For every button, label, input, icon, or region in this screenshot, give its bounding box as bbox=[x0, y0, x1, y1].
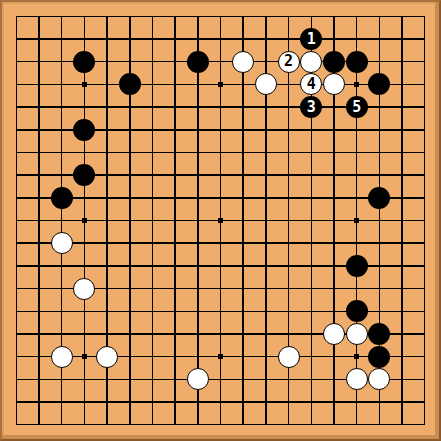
intersection-o19[interactable] bbox=[323, 5, 346, 28]
intersection-g6[interactable] bbox=[141, 300, 164, 323]
intersection-k17[interactable] bbox=[232, 50, 255, 73]
intersection-s17[interactable] bbox=[413, 50, 436, 73]
intersection-p3[interactable] bbox=[345, 368, 368, 391]
intersection-l16[interactable] bbox=[255, 73, 278, 96]
intersection-b5[interactable] bbox=[28, 323, 51, 346]
intersection-e11[interactable] bbox=[96, 187, 119, 210]
intersection-k1[interactable] bbox=[232, 413, 255, 436]
stone-black[interactable] bbox=[368, 187, 390, 209]
intersection-k18[interactable] bbox=[232, 28, 255, 51]
intersection-c5[interactable] bbox=[50, 323, 73, 346]
intersection-l13[interactable] bbox=[255, 141, 278, 164]
intersection-p14[interactable] bbox=[345, 118, 368, 141]
intersection-s3[interactable] bbox=[413, 368, 436, 391]
intersection-a14[interactable] bbox=[5, 118, 28, 141]
intersection-k15[interactable] bbox=[232, 96, 255, 119]
intersection-j12[interactable] bbox=[209, 164, 232, 187]
intersection-b9[interactable] bbox=[28, 232, 51, 255]
intersection-p17[interactable] bbox=[345, 50, 368, 73]
stone-black[interactable] bbox=[346, 51, 368, 73]
intersection-a6[interactable] bbox=[5, 300, 28, 323]
intersection-s13[interactable] bbox=[413, 141, 436, 164]
intersection-l7[interactable] bbox=[255, 277, 278, 300]
intersection-n2[interactable] bbox=[300, 391, 323, 414]
intersection-h16[interactable] bbox=[164, 73, 187, 96]
intersection-f6[interactable] bbox=[118, 300, 141, 323]
intersection-s11[interactable] bbox=[413, 187, 436, 210]
intersection-d2[interactable] bbox=[73, 391, 96, 414]
intersection-n11[interactable] bbox=[300, 187, 323, 210]
intersection-o12[interactable] bbox=[323, 164, 346, 187]
intersection-b10[interactable] bbox=[28, 209, 51, 232]
intersection-o8[interactable] bbox=[323, 255, 346, 278]
intersection-g5[interactable] bbox=[141, 323, 164, 346]
stone-white[interactable] bbox=[96, 346, 118, 368]
intersection-e10[interactable] bbox=[96, 209, 119, 232]
intersection-i18[interactable] bbox=[187, 28, 210, 51]
intersection-o10[interactable] bbox=[323, 209, 346, 232]
stone-black-move-1[interactable]: 1 bbox=[300, 28, 322, 50]
intersection-a12[interactable] bbox=[5, 164, 28, 187]
intersection-j7[interactable] bbox=[209, 277, 232, 300]
intersection-e5[interactable] bbox=[96, 323, 119, 346]
intersection-c18[interactable] bbox=[50, 28, 73, 51]
intersection-h15[interactable] bbox=[164, 96, 187, 119]
intersection-q2[interactable] bbox=[368, 391, 391, 414]
intersection-c13[interactable] bbox=[50, 141, 73, 164]
intersection-b2[interactable] bbox=[28, 391, 51, 414]
intersection-p4[interactable] bbox=[345, 345, 368, 368]
intersection-d16[interactable] bbox=[73, 73, 96, 96]
intersection-s14[interactable] bbox=[413, 118, 436, 141]
stone-white[interactable] bbox=[346, 323, 368, 345]
intersection-m6[interactable] bbox=[277, 300, 300, 323]
intersection-d19[interactable] bbox=[73, 5, 96, 28]
intersection-o18[interactable] bbox=[323, 28, 346, 51]
intersection-j1[interactable] bbox=[209, 413, 232, 436]
intersection-l14[interactable] bbox=[255, 118, 278, 141]
intersection-i1[interactable] bbox=[187, 413, 210, 436]
intersection-q5[interactable] bbox=[368, 323, 391, 346]
stone-white[interactable] bbox=[278, 346, 300, 368]
intersection-j15[interactable] bbox=[209, 96, 232, 119]
intersection-b14[interactable] bbox=[28, 118, 51, 141]
stone-white[interactable] bbox=[187, 368, 209, 390]
intersection-d6[interactable] bbox=[73, 300, 96, 323]
intersection-n15[interactable]: 3 bbox=[300, 96, 323, 119]
intersection-c15[interactable] bbox=[50, 96, 73, 119]
intersection-f5[interactable] bbox=[118, 323, 141, 346]
intersection-o3[interactable] bbox=[323, 368, 346, 391]
intersection-m9[interactable] bbox=[277, 232, 300, 255]
intersection-l8[interactable] bbox=[255, 255, 278, 278]
stone-white[interactable] bbox=[255, 73, 277, 95]
intersection-h5[interactable] bbox=[164, 323, 187, 346]
stone-white[interactable] bbox=[232, 51, 254, 73]
intersection-o9[interactable] bbox=[323, 232, 346, 255]
intersection-g11[interactable] bbox=[141, 187, 164, 210]
intersection-a1[interactable] bbox=[5, 413, 28, 436]
intersection-g14[interactable] bbox=[141, 118, 164, 141]
intersection-h10[interactable] bbox=[164, 209, 187, 232]
intersection-j5[interactable] bbox=[209, 323, 232, 346]
intersection-f2[interactable] bbox=[118, 391, 141, 414]
intersection-e13[interactable] bbox=[96, 141, 119, 164]
intersection-j14[interactable] bbox=[209, 118, 232, 141]
intersection-a11[interactable] bbox=[5, 187, 28, 210]
intersection-l9[interactable] bbox=[255, 232, 278, 255]
intersection-a7[interactable] bbox=[5, 277, 28, 300]
intersection-c17[interactable] bbox=[50, 50, 73, 73]
stone-white[interactable] bbox=[300, 51, 322, 73]
intersection-b7[interactable] bbox=[28, 277, 51, 300]
intersection-e1[interactable] bbox=[96, 413, 119, 436]
intersection-k2[interactable] bbox=[232, 391, 255, 414]
intersection-j9[interactable] bbox=[209, 232, 232, 255]
stone-black-move-5[interactable]: 5 bbox=[346, 96, 368, 118]
stone-white[interactable] bbox=[73, 278, 95, 300]
intersection-r19[interactable] bbox=[391, 5, 414, 28]
intersection-h9[interactable] bbox=[164, 232, 187, 255]
intersection-g12[interactable] bbox=[141, 164, 164, 187]
intersection-n5[interactable] bbox=[300, 323, 323, 346]
intersection-m11[interactable] bbox=[277, 187, 300, 210]
intersection-j6[interactable] bbox=[209, 300, 232, 323]
intersection-j11[interactable] bbox=[209, 187, 232, 210]
intersection-f11[interactable] bbox=[118, 187, 141, 210]
intersection-p9[interactable] bbox=[345, 232, 368, 255]
intersection-d4[interactable] bbox=[73, 345, 96, 368]
intersection-k3[interactable] bbox=[232, 368, 255, 391]
intersection-a17[interactable] bbox=[5, 50, 28, 73]
intersection-i16[interactable] bbox=[187, 73, 210, 96]
intersection-n6[interactable] bbox=[300, 300, 323, 323]
intersection-s12[interactable] bbox=[413, 164, 436, 187]
intersection-h17[interactable] bbox=[164, 50, 187, 73]
intersection-a18[interactable] bbox=[5, 28, 28, 51]
intersection-g18[interactable] bbox=[141, 28, 164, 51]
stone-black[interactable] bbox=[187, 51, 209, 73]
intersection-e19[interactable] bbox=[96, 5, 119, 28]
intersection-f19[interactable] bbox=[118, 5, 141, 28]
intersection-r18[interactable] bbox=[391, 28, 414, 51]
intersection-q6[interactable] bbox=[368, 300, 391, 323]
intersection-f9[interactable] bbox=[118, 232, 141, 255]
intersection-q4[interactable] bbox=[368, 345, 391, 368]
intersection-q1[interactable] bbox=[368, 413, 391, 436]
intersection-i10[interactable] bbox=[187, 209, 210, 232]
intersection-h6[interactable] bbox=[164, 300, 187, 323]
intersection-i17[interactable] bbox=[187, 50, 210, 73]
intersection-q9[interactable] bbox=[368, 232, 391, 255]
intersection-o6[interactable] bbox=[323, 300, 346, 323]
intersection-d3[interactable] bbox=[73, 368, 96, 391]
stone-black[interactable] bbox=[51, 187, 73, 209]
stone-white[interactable] bbox=[51, 346, 73, 368]
intersection-i19[interactable] bbox=[187, 5, 210, 28]
intersection-n10[interactable] bbox=[300, 209, 323, 232]
intersection-i14[interactable] bbox=[187, 118, 210, 141]
intersection-n13[interactable] bbox=[300, 141, 323, 164]
stone-black[interactable] bbox=[73, 164, 95, 186]
intersection-k8[interactable] bbox=[232, 255, 255, 278]
stone-white-move-2[interactable]: 2 bbox=[278, 51, 300, 73]
intersection-b17[interactable] bbox=[28, 50, 51, 73]
intersection-m5[interactable] bbox=[277, 323, 300, 346]
intersection-k11[interactable] bbox=[232, 187, 255, 210]
intersection-r13[interactable] bbox=[391, 141, 414, 164]
intersection-s2[interactable] bbox=[413, 391, 436, 414]
intersection-e12[interactable] bbox=[96, 164, 119, 187]
intersection-j19[interactable] bbox=[209, 5, 232, 28]
intersection-i5[interactable] bbox=[187, 323, 210, 346]
intersection-q19[interactable] bbox=[368, 5, 391, 28]
intersection-a5[interactable] bbox=[5, 323, 28, 346]
intersection-q13[interactable] bbox=[368, 141, 391, 164]
intersection-p13[interactable] bbox=[345, 141, 368, 164]
intersection-p8[interactable] bbox=[345, 255, 368, 278]
intersection-r2[interactable] bbox=[391, 391, 414, 414]
intersection-c8[interactable] bbox=[50, 255, 73, 278]
intersection-a8[interactable] bbox=[5, 255, 28, 278]
intersection-j18[interactable] bbox=[209, 28, 232, 51]
intersection-d7[interactable] bbox=[73, 277, 96, 300]
intersection-m7[interactable] bbox=[277, 277, 300, 300]
intersection-o5[interactable] bbox=[323, 323, 346, 346]
stone-white[interactable] bbox=[323, 73, 345, 95]
stone-black[interactable] bbox=[346, 300, 368, 322]
intersection-f10[interactable] bbox=[118, 209, 141, 232]
intersection-d18[interactable] bbox=[73, 28, 96, 51]
intersection-m8[interactable] bbox=[277, 255, 300, 278]
intersection-e14[interactable] bbox=[96, 118, 119, 141]
intersection-o14[interactable] bbox=[323, 118, 346, 141]
intersection-f15[interactable] bbox=[118, 96, 141, 119]
intersection-s18[interactable] bbox=[413, 28, 436, 51]
intersection-d13[interactable] bbox=[73, 141, 96, 164]
intersection-s10[interactable] bbox=[413, 209, 436, 232]
stone-black[interactable] bbox=[323, 51, 345, 73]
intersection-g8[interactable] bbox=[141, 255, 164, 278]
intersection-r9[interactable] bbox=[391, 232, 414, 255]
intersection-g15[interactable] bbox=[141, 96, 164, 119]
intersection-c19[interactable] bbox=[50, 5, 73, 28]
intersection-s1[interactable] bbox=[413, 413, 436, 436]
intersection-i3[interactable] bbox=[187, 368, 210, 391]
intersection-l4[interactable] bbox=[255, 345, 278, 368]
stone-black[interactable] bbox=[73, 119, 95, 141]
intersection-b18[interactable] bbox=[28, 28, 51, 51]
stone-black[interactable] bbox=[119, 73, 141, 95]
intersection-i2[interactable] bbox=[187, 391, 210, 414]
intersection-d8[interactable] bbox=[73, 255, 96, 278]
intersection-b13[interactable] bbox=[28, 141, 51, 164]
intersection-i12[interactable] bbox=[187, 164, 210, 187]
intersection-d11[interactable] bbox=[73, 187, 96, 210]
intersection-h11[interactable] bbox=[164, 187, 187, 210]
intersection-m4[interactable] bbox=[277, 345, 300, 368]
intersection-c6[interactable] bbox=[50, 300, 73, 323]
intersection-s6[interactable] bbox=[413, 300, 436, 323]
intersection-a2[interactable] bbox=[5, 391, 28, 414]
intersection-a4[interactable] bbox=[5, 345, 28, 368]
intersection-i13[interactable] bbox=[187, 141, 210, 164]
intersection-b1[interactable] bbox=[28, 413, 51, 436]
intersection-b3[interactable] bbox=[28, 368, 51, 391]
intersection-p6[interactable] bbox=[345, 300, 368, 323]
intersection-l6[interactable] bbox=[255, 300, 278, 323]
intersection-k12[interactable] bbox=[232, 164, 255, 187]
intersection-h12[interactable] bbox=[164, 164, 187, 187]
intersection-h2[interactable] bbox=[164, 391, 187, 414]
intersection-b4[interactable] bbox=[28, 345, 51, 368]
intersection-r17[interactable] bbox=[391, 50, 414, 73]
intersection-k9[interactable] bbox=[232, 232, 255, 255]
intersection-h3[interactable] bbox=[164, 368, 187, 391]
intersection-c11[interactable] bbox=[50, 187, 73, 210]
intersection-g7[interactable] bbox=[141, 277, 164, 300]
intersection-j3[interactable] bbox=[209, 368, 232, 391]
intersection-q17[interactable] bbox=[368, 50, 391, 73]
intersection-e15[interactable] bbox=[96, 96, 119, 119]
stone-black[interactable] bbox=[346, 255, 368, 277]
intersection-s8[interactable] bbox=[413, 255, 436, 278]
intersection-l15[interactable] bbox=[255, 96, 278, 119]
intersection-p11[interactable] bbox=[345, 187, 368, 210]
intersection-f7[interactable] bbox=[118, 277, 141, 300]
intersection-c4[interactable] bbox=[50, 345, 73, 368]
intersection-q15[interactable] bbox=[368, 96, 391, 119]
stone-black[interactable] bbox=[368, 346, 390, 368]
intersection-j13[interactable] bbox=[209, 141, 232, 164]
intersection-p16[interactable] bbox=[345, 73, 368, 96]
intersection-m17[interactable]: 2 bbox=[277, 50, 300, 73]
intersection-h13[interactable] bbox=[164, 141, 187, 164]
intersection-n7[interactable] bbox=[300, 277, 323, 300]
intersection-k6[interactable] bbox=[232, 300, 255, 323]
intersection-e7[interactable] bbox=[96, 277, 119, 300]
intersection-s4[interactable] bbox=[413, 345, 436, 368]
intersection-g1[interactable] bbox=[141, 413, 164, 436]
intersection-i8[interactable] bbox=[187, 255, 210, 278]
intersection-l19[interactable] bbox=[255, 5, 278, 28]
intersection-i4[interactable] bbox=[187, 345, 210, 368]
intersection-q3[interactable] bbox=[368, 368, 391, 391]
intersection-a9[interactable] bbox=[5, 232, 28, 255]
intersection-r5[interactable] bbox=[391, 323, 414, 346]
intersection-e4[interactable] bbox=[96, 345, 119, 368]
intersection-n8[interactable] bbox=[300, 255, 323, 278]
intersection-e8[interactable] bbox=[96, 255, 119, 278]
intersection-m2[interactable] bbox=[277, 391, 300, 414]
intersection-p10[interactable] bbox=[345, 209, 368, 232]
intersection-g13[interactable] bbox=[141, 141, 164, 164]
intersection-m13[interactable] bbox=[277, 141, 300, 164]
intersection-q11[interactable] bbox=[368, 187, 391, 210]
intersection-f12[interactable] bbox=[118, 164, 141, 187]
intersection-b12[interactable] bbox=[28, 164, 51, 187]
intersection-g3[interactable] bbox=[141, 368, 164, 391]
intersection-l12[interactable] bbox=[255, 164, 278, 187]
intersection-g19[interactable] bbox=[141, 5, 164, 28]
intersection-k7[interactable] bbox=[232, 277, 255, 300]
intersection-b19[interactable] bbox=[28, 5, 51, 28]
intersection-d12[interactable] bbox=[73, 164, 96, 187]
stone-black-move-3[interactable]: 3 bbox=[300, 96, 322, 118]
intersection-q10[interactable] bbox=[368, 209, 391, 232]
intersection-s19[interactable] bbox=[413, 5, 436, 28]
intersection-c3[interactable] bbox=[50, 368, 73, 391]
intersection-p5[interactable] bbox=[345, 323, 368, 346]
intersection-n12[interactable] bbox=[300, 164, 323, 187]
intersection-p18[interactable] bbox=[345, 28, 368, 51]
intersection-m15[interactable] bbox=[277, 96, 300, 119]
intersection-k14[interactable] bbox=[232, 118, 255, 141]
intersection-l2[interactable] bbox=[255, 391, 278, 414]
intersection-r15[interactable] bbox=[391, 96, 414, 119]
intersection-h7[interactable] bbox=[164, 277, 187, 300]
intersection-f17[interactable] bbox=[118, 50, 141, 73]
intersection-k4[interactable] bbox=[232, 345, 255, 368]
intersection-f8[interactable] bbox=[118, 255, 141, 278]
intersection-j4[interactable] bbox=[209, 345, 232, 368]
intersection-d5[interactable] bbox=[73, 323, 96, 346]
intersection-r3[interactable] bbox=[391, 368, 414, 391]
intersection-p2[interactable] bbox=[345, 391, 368, 414]
intersection-k19[interactable] bbox=[232, 5, 255, 28]
intersection-j17[interactable] bbox=[209, 50, 232, 73]
intersection-o2[interactable] bbox=[323, 391, 346, 414]
intersection-s5[interactable] bbox=[413, 323, 436, 346]
intersection-o1[interactable] bbox=[323, 413, 346, 436]
intersection-i6[interactable] bbox=[187, 300, 210, 323]
intersection-q8[interactable] bbox=[368, 255, 391, 278]
stone-white[interactable] bbox=[346, 368, 368, 390]
intersection-p1[interactable] bbox=[345, 413, 368, 436]
intersection-e17[interactable] bbox=[96, 50, 119, 73]
intersection-b8[interactable] bbox=[28, 255, 51, 278]
intersection-s16[interactable] bbox=[413, 73, 436, 96]
intersection-b16[interactable] bbox=[28, 73, 51, 96]
intersection-e16[interactable] bbox=[96, 73, 119, 96]
intersection-f13[interactable] bbox=[118, 141, 141, 164]
intersection-l11[interactable] bbox=[255, 187, 278, 210]
intersection-q14[interactable] bbox=[368, 118, 391, 141]
intersection-l18[interactable] bbox=[255, 28, 278, 51]
intersection-d1[interactable] bbox=[73, 413, 96, 436]
intersection-l5[interactable] bbox=[255, 323, 278, 346]
intersection-f3[interactable] bbox=[118, 368, 141, 391]
intersection-s9[interactable] bbox=[413, 232, 436, 255]
intersection-j8[interactable] bbox=[209, 255, 232, 278]
intersection-a15[interactable] bbox=[5, 96, 28, 119]
intersection-c10[interactable] bbox=[50, 209, 73, 232]
intersection-f1[interactable] bbox=[118, 413, 141, 436]
stone-black[interactable] bbox=[368, 73, 390, 95]
intersection-c2[interactable] bbox=[50, 391, 73, 414]
intersection-r11[interactable] bbox=[391, 187, 414, 210]
intersection-o4[interactable] bbox=[323, 345, 346, 368]
intersection-a10[interactable] bbox=[5, 209, 28, 232]
intersection-e2[interactable] bbox=[96, 391, 119, 414]
intersection-f4[interactable] bbox=[118, 345, 141, 368]
intersection-l3[interactable] bbox=[255, 368, 278, 391]
intersection-d15[interactable] bbox=[73, 96, 96, 119]
intersection-k5[interactable] bbox=[232, 323, 255, 346]
intersection-m18[interactable] bbox=[277, 28, 300, 51]
intersection-n9[interactable] bbox=[300, 232, 323, 255]
intersection-n19[interactable] bbox=[300, 5, 323, 28]
